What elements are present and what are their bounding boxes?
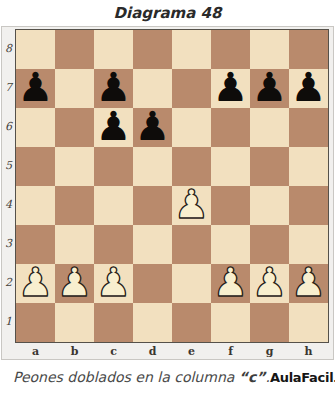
white-pawn: ♟ (252, 263, 288, 302)
square-c6: ♟ (94, 108, 133, 147)
rank-label-2: 2 (2, 263, 15, 302)
square-g7: ♟ (250, 69, 289, 108)
white-pawn: ♟ (96, 263, 132, 302)
white-pawn: ♟ (18, 263, 54, 302)
square-h2: ♟ (289, 264, 328, 303)
square-g6 (250, 108, 289, 147)
square-c5 (94, 147, 133, 186)
file-label-b: b (55, 343, 94, 360)
black-pawn: ♟ (135, 107, 171, 146)
square-a4 (16, 186, 55, 225)
black-pawn: ♟ (96, 107, 132, 146)
square-b8 (55, 30, 94, 69)
square-f6 (211, 108, 250, 147)
square-e6 (172, 108, 211, 147)
square-d2 (133, 264, 172, 303)
square-b5 (55, 147, 94, 186)
square-f5 (211, 147, 250, 186)
square-d3 (133, 225, 172, 264)
file-label-c: c (94, 343, 133, 360)
square-g4 (250, 186, 289, 225)
square-b2: ♟ (55, 264, 94, 303)
chess-diagram-panel: 87654321 ♟♟♟♟♟♟♟♟♟♟♟♟♟♟ abcdefgh (1, 26, 334, 360)
square-f2: ♟ (211, 264, 250, 303)
square-g2: ♟ (250, 264, 289, 303)
square-d4 (133, 186, 172, 225)
white-pawn: ♟ (213, 263, 249, 302)
square-h1 (289, 303, 328, 342)
square-h6 (289, 108, 328, 147)
square-d1 (133, 303, 172, 342)
square-f4 (211, 186, 250, 225)
square-b7 (55, 69, 94, 108)
file-label-f: f (211, 343, 250, 360)
square-h5 (289, 147, 328, 186)
square-d5 (133, 147, 172, 186)
square-b1 (55, 303, 94, 342)
square-e4: ♟ (172, 186, 211, 225)
rank-label-5: 5 (2, 146, 15, 185)
file-label-h: h (289, 343, 328, 360)
file-label-g: g (250, 343, 289, 360)
caption-row: Peones doblados en la columna “c”. AulaF… (0, 360, 335, 392)
black-pawn: ♟ (213, 68, 249, 107)
file-label-a: a (16, 343, 55, 360)
square-a5 (16, 147, 55, 186)
square-h7: ♟ (289, 69, 328, 108)
rank-label-8: 8 (2, 29, 15, 68)
square-e3 (172, 225, 211, 264)
square-h4 (289, 186, 328, 225)
square-d8 (133, 30, 172, 69)
rank-labels: 87654321 (2, 29, 15, 343)
board-wrap: 87654321 ♟♟♟♟♟♟♟♟♟♟♟♟♟♟ (2, 27, 333, 343)
diagram-title-bar: Diagrama 48 (0, 0, 335, 26)
file-label-e: e (172, 343, 211, 360)
square-b4 (55, 186, 94, 225)
white-pawn: ♟ (174, 185, 210, 224)
square-f7: ♟ (211, 69, 250, 108)
square-a6 (16, 108, 55, 147)
square-d6: ♟ (133, 108, 172, 147)
diagram-title: Diagrama 48 (114, 4, 222, 22)
black-pawn: ♟ (252, 68, 288, 107)
square-f1 (211, 303, 250, 342)
square-a7: ♟ (16, 69, 55, 108)
rank-label-1: 1 (2, 302, 15, 341)
file-label-d: d (133, 343, 172, 360)
file-labels: abcdefgh (16, 343, 328, 360)
rank-label-4: 4 (2, 185, 15, 224)
rank-label-7: 7 (2, 68, 15, 107)
square-e7 (172, 69, 211, 108)
black-pawn: ♟ (291, 68, 327, 107)
white-pawn: ♟ (57, 263, 93, 302)
square-c1 (94, 303, 133, 342)
board: ♟♟♟♟♟♟♟♟♟♟♟♟♟♟ (15, 29, 329, 343)
square-e2 (172, 264, 211, 303)
caption-quoted-file: “c” (239, 369, 266, 385)
square-e8 (172, 30, 211, 69)
square-b6 (55, 108, 94, 147)
aulafacil-logo: AulaFacil.com (270, 370, 335, 385)
white-pawn: ♟ (291, 263, 327, 302)
square-a2: ♟ (16, 264, 55, 303)
rank-label-3: 3 (2, 224, 15, 263)
caption-text: Peones doblados en la columna “c”. (13, 369, 270, 385)
square-g5 (250, 147, 289, 186)
square-c4 (94, 186, 133, 225)
square-g1 (250, 303, 289, 342)
brand-name: AulaFacil (270, 370, 333, 385)
square-e1 (172, 303, 211, 342)
square-c2: ♟ (94, 264, 133, 303)
black-pawn: ♟ (96, 68, 132, 107)
black-pawn: ♟ (18, 68, 54, 107)
rank-label-6: 6 (2, 107, 15, 146)
square-a1 (16, 303, 55, 342)
